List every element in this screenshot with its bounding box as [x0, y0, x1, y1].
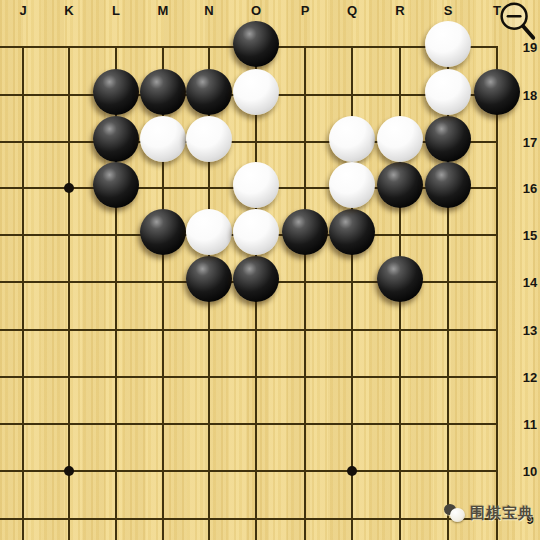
black-stone-O14 — [233, 256, 279, 302]
black-stone-L18 — [93, 69, 139, 115]
black-stone-P15 — [282, 209, 328, 255]
watermark-stones-icon — [443, 502, 467, 524]
white-stone-R17 — [377, 116, 423, 162]
watermark-logo: 围棋宝典 — [443, 501, 534, 525]
black-stone-Q15 — [329, 209, 375, 255]
white-stone-Q17 — [329, 116, 375, 162]
black-stone-N18 — [186, 69, 232, 115]
watermark-text: 围棋宝典 — [470, 504, 534, 523]
white-stone-S18 — [425, 69, 471, 115]
black-stone-R16 — [377, 162, 423, 208]
white-stone-M17 — [140, 116, 186, 162]
black-stone-R14 — [377, 256, 423, 302]
black-stone-L16 — [93, 162, 139, 208]
white-stone-Q16 — [329, 162, 375, 208]
black-stone-T18 — [474, 69, 520, 115]
black-stone-S16 — [425, 162, 471, 208]
zoom-out-magnifier-icon[interactable] — [492, 0, 540, 46]
black-stone-O19 — [233, 21, 279, 67]
white-stone-O15 — [233, 209, 279, 255]
go-board[interactable]: JKLMNOPQRST191817161514131211109 — [0, 0, 540, 540]
black-stone-N14 — [186, 256, 232, 302]
board-stones — [0, 0, 540, 540]
black-stone-M18 — [140, 69, 186, 115]
white-stone-O16 — [233, 162, 279, 208]
black-stone-S17 — [425, 116, 471, 162]
white-stone-N17 — [186, 116, 232, 162]
black-stone-L17 — [93, 116, 139, 162]
white-stone-O18 — [233, 69, 279, 115]
black-stone-M15 — [140, 209, 186, 255]
go-app-screen: JKLMNOPQRST191817161514131211109 围棋宝典 — [0, 0, 540, 540]
white-stone-N15 — [186, 209, 232, 255]
white-stone-S19 — [425, 21, 471, 67]
